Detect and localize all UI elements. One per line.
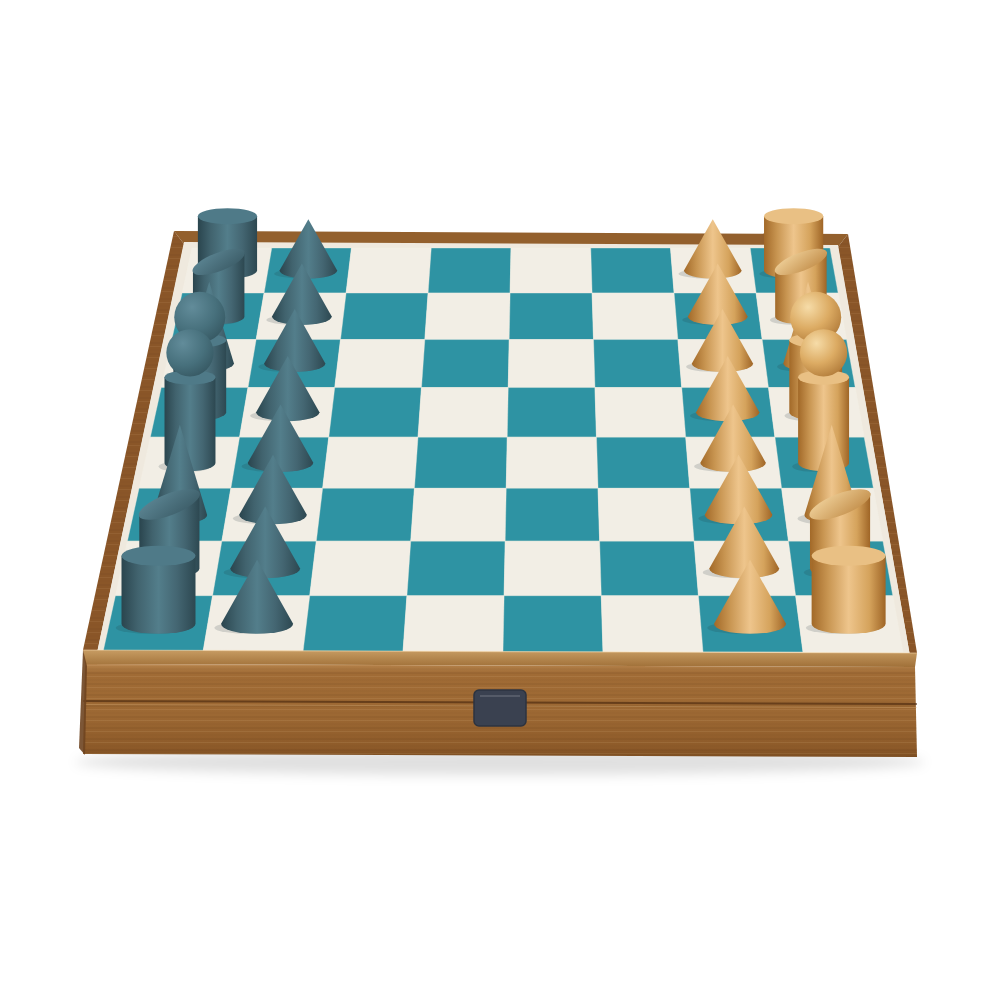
square-g4 — [504, 541, 601, 596]
square-d4 — [507, 388, 596, 438]
square-b3 — [592, 293, 678, 340]
square-b6 — [341, 293, 429, 340]
square-a4 — [510, 248, 592, 293]
square-e3 — [596, 437, 689, 488]
square-c4 — [508, 340, 595, 388]
square-h5 — [403, 596, 504, 652]
clasp-icon — [474, 690, 526, 726]
square-e6 — [323, 437, 418, 488]
square-c3 — [594, 340, 682, 388]
square-h3 — [601, 596, 703, 652]
white-king — [792, 329, 849, 472]
square-b5 — [425, 293, 510, 340]
square-c5 — [421, 340, 509, 388]
square-f3 — [598, 488, 694, 541]
square-g3 — [600, 541, 699, 596]
square-g5 — [407, 541, 505, 596]
white-rook — [806, 546, 886, 634]
square-f6 — [316, 488, 414, 541]
square-f5 — [411, 488, 506, 541]
square-a6 — [346, 248, 431, 293]
square-d3 — [595, 388, 686, 438]
square-a3 — [591, 248, 674, 293]
square-a5 — [428, 248, 511, 293]
square-g6 — [310, 541, 411, 596]
square-h4 — [503, 596, 603, 652]
chess-set-photo — [0, 0, 992, 992]
square-c6 — [335, 340, 425, 388]
square-f4 — [505, 488, 599, 541]
black-rook — [116, 546, 196, 634]
scene — [0, 0, 992, 992]
square-b4 — [509, 293, 593, 340]
square-d6 — [329, 388, 422, 438]
square-d5 — [418, 388, 508, 438]
square-e4 — [506, 437, 598, 488]
square-e5 — [414, 437, 507, 488]
square-h6 — [303, 596, 407, 652]
